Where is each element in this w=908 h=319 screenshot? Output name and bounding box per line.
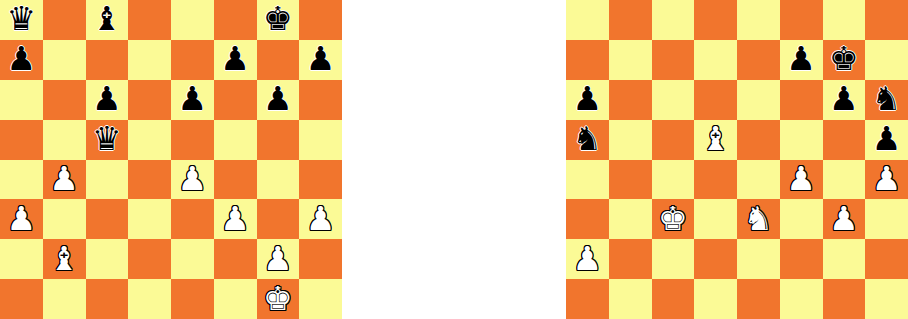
- black-knight-piece: ♞: [573, 122, 603, 155]
- square-d2[interactable]: [128, 239, 171, 279]
- square-c5[interactable]: ♛: [86, 120, 129, 160]
- square-e2[interactable]: [737, 239, 780, 279]
- white-pawn-piece: ♟: [263, 242, 293, 275]
- square-c4[interactable]: [86, 160, 129, 200]
- square-h7[interactable]: [865, 40, 908, 80]
- black-pawn-piece: ♟: [306, 42, 336, 75]
- square-g1[interactable]: ♚: [257, 279, 300, 319]
- square-g6[interactable]: ♟: [257, 80, 300, 120]
- square-f8[interactable]: [214, 0, 257, 40]
- square-c8[interactable]: [652, 0, 695, 40]
- square-f5[interactable]: [780, 120, 823, 160]
- white-pawn-piece: ♟: [573, 242, 603, 275]
- square-d8[interactable]: [128, 0, 171, 40]
- square-c2[interactable]: [652, 239, 695, 279]
- square-g6[interactable]: ♟: [823, 80, 866, 120]
- square-e3[interactable]: [171, 199, 214, 239]
- black-pawn-piece: ♟: [92, 82, 122, 115]
- square-d4[interactable]: [128, 160, 171, 200]
- square-e7[interactable]: [171, 40, 214, 80]
- square-a8[interactable]: ♛: [0, 0, 43, 40]
- square-a4[interactable]: [566, 160, 609, 200]
- square-e7[interactable]: [737, 40, 780, 80]
- square-a5[interactable]: [0, 120, 43, 160]
- square-d1[interactable]: [128, 279, 171, 319]
- square-f4[interactable]: [214, 160, 257, 200]
- square-f6[interactable]: [214, 80, 257, 120]
- square-a8[interactable]: [566, 0, 609, 40]
- square-h6[interactable]: [299, 80, 342, 120]
- square-e3[interactable]: ♞: [737, 199, 780, 239]
- square-e8[interactable]: [737, 0, 780, 40]
- black-pawn-piece: ♟: [829, 82, 859, 115]
- white-pawn-piece: ♟: [829, 202, 859, 235]
- square-g2[interactable]: ♟: [257, 239, 300, 279]
- square-g3[interactable]: [257, 199, 300, 239]
- square-c2[interactable]: [86, 239, 129, 279]
- square-b8[interactable]: [43, 0, 86, 40]
- square-e8[interactable]: [171, 0, 214, 40]
- square-g7[interactable]: [257, 40, 300, 80]
- black-pawn-piece: ♟: [872, 122, 902, 155]
- square-f2[interactable]: [780, 239, 823, 279]
- black-pawn-piece: ♟: [263, 82, 293, 115]
- square-b3[interactable]: [609, 199, 652, 239]
- white-pawn-piece: ♟: [178, 162, 208, 195]
- square-c6[interactable]: [652, 80, 695, 120]
- square-h2[interactable]: [299, 239, 342, 279]
- square-d1[interactable]: [694, 279, 737, 319]
- square-b6[interactable]: [43, 80, 86, 120]
- black-pawn-piece: ♟: [220, 42, 250, 75]
- square-h1[interactable]: [299, 279, 342, 319]
- square-g4[interactable]: [823, 160, 866, 200]
- square-h2[interactable]: [865, 239, 908, 279]
- square-h5[interactable]: [299, 120, 342, 160]
- white-pawn-piece: ♟: [49, 162, 79, 195]
- white-pawn-piece: ♟: [872, 162, 902, 195]
- square-b4[interactable]: [609, 160, 652, 200]
- square-a6[interactable]: [0, 80, 43, 120]
- white-bishop-piece: ♝: [701, 122, 731, 155]
- white-knight-piece: ♞: [744, 202, 774, 235]
- square-d3[interactable]: [694, 199, 737, 239]
- square-a5[interactable]: ♞: [566, 120, 609, 160]
- square-d7[interactable]: [694, 40, 737, 80]
- square-f6[interactable]: [780, 80, 823, 120]
- square-f5[interactable]: [214, 120, 257, 160]
- black-knight-piece: ♞: [872, 82, 902, 115]
- white-king-piece: ♚: [263, 282, 293, 315]
- black-pawn-piece: ♟: [7, 42, 37, 75]
- square-b5[interactable]: [609, 120, 652, 160]
- square-f7[interactable]: ♟: [214, 40, 257, 80]
- square-e5[interactable]: [171, 120, 214, 160]
- square-b2[interactable]: ♝: [43, 239, 86, 279]
- square-g5[interactable]: [257, 120, 300, 160]
- black-king-piece: ♚: [829, 42, 859, 75]
- square-b1[interactable]: [609, 279, 652, 319]
- square-g1[interactable]: [823, 279, 866, 319]
- square-e1[interactable]: [171, 279, 214, 319]
- square-d5[interactable]: [128, 120, 171, 160]
- square-c1[interactable]: [652, 279, 695, 319]
- black-pawn-piece: ♟: [786, 42, 816, 75]
- square-f4[interactable]: ♟: [780, 160, 823, 200]
- square-d4[interactable]: [694, 160, 737, 200]
- square-g2[interactable]: [823, 239, 866, 279]
- chess-board-left: ♛♝♚♟♟♟♟♟♟♛♟♟♟♟♟♝♟♚: [0, 0, 342, 319]
- square-a1[interactable]: [566, 279, 609, 319]
- square-d3[interactable]: [128, 199, 171, 239]
- black-queen-piece: ♛: [92, 122, 122, 155]
- square-b5[interactable]: [43, 120, 86, 160]
- square-g3[interactable]: ♟: [823, 199, 866, 239]
- white-pawn-piece: ♟: [786, 162, 816, 195]
- square-a6[interactable]: ♟: [566, 80, 609, 120]
- square-b2[interactable]: [609, 239, 652, 279]
- square-d6[interactable]: [128, 80, 171, 120]
- square-h7[interactable]: ♟: [299, 40, 342, 80]
- square-h3[interactable]: ♟: [299, 199, 342, 239]
- square-c3[interactable]: [86, 199, 129, 239]
- square-b6[interactable]: [609, 80, 652, 120]
- square-h3[interactable]: [865, 199, 908, 239]
- square-g5[interactable]: [823, 120, 866, 160]
- square-a3[interactable]: ♟: [0, 199, 43, 239]
- square-h5[interactable]: ♟: [865, 120, 908, 160]
- square-h6[interactable]: ♞: [865, 80, 908, 120]
- white-bishop-piece: ♝: [49, 242, 79, 275]
- square-d7[interactable]: [128, 40, 171, 80]
- square-c6[interactable]: ♟: [86, 80, 129, 120]
- square-h4[interactable]: ♟: [865, 160, 908, 200]
- square-b3[interactable]: [43, 199, 86, 239]
- square-b8[interactable]: [609, 0, 652, 40]
- square-d2[interactable]: [694, 239, 737, 279]
- square-h1[interactable]: [865, 279, 908, 319]
- black-pawn-piece: ♟: [178, 82, 208, 115]
- square-a2[interactable]: [0, 239, 43, 279]
- square-a4[interactable]: [0, 160, 43, 200]
- square-e6[interactable]: [737, 80, 780, 120]
- square-b7[interactable]: [609, 40, 652, 80]
- square-c5[interactable]: [652, 120, 695, 160]
- black-bishop-piece: ♝: [92, 2, 122, 35]
- square-c8[interactable]: ♝: [86, 0, 129, 40]
- square-c3[interactable]: ♚: [652, 199, 695, 239]
- square-f3[interactable]: ♟: [214, 199, 257, 239]
- square-b4[interactable]: ♟: [43, 160, 86, 200]
- black-king-piece: ♚: [263, 2, 293, 35]
- square-b7[interactable]: [43, 40, 86, 80]
- square-f8[interactable]: [780, 0, 823, 40]
- square-e4[interactable]: ♟: [171, 160, 214, 200]
- square-e5[interactable]: [737, 120, 780, 160]
- square-f7[interactable]: ♟: [780, 40, 823, 80]
- square-h4[interactable]: [299, 160, 342, 200]
- square-d5[interactable]: ♝: [694, 120, 737, 160]
- square-g8[interactable]: [823, 0, 866, 40]
- white-pawn-piece: ♟: [306, 202, 336, 235]
- square-h8[interactable]: [865, 0, 908, 40]
- square-b1[interactable]: [43, 279, 86, 319]
- square-c7[interactable]: [86, 40, 129, 80]
- square-e2[interactable]: [171, 239, 214, 279]
- square-c1[interactable]: [86, 279, 129, 319]
- black-pawn-piece: ♟: [573, 82, 603, 115]
- chess-board-right: ♟♚♟♟♞♞♝♟♟♟♚♞♟♟: [566, 0, 908, 319]
- square-f3[interactable]: [780, 199, 823, 239]
- square-f1[interactable]: [214, 279, 257, 319]
- square-c7[interactable]: [652, 40, 695, 80]
- square-h8[interactable]: [299, 0, 342, 40]
- square-a1[interactable]: [0, 279, 43, 319]
- white-king-piece: ♚: [658, 202, 688, 235]
- white-pawn-piece: ♟: [7, 202, 37, 235]
- square-e6[interactable]: ♟: [171, 80, 214, 120]
- square-a7[interactable]: ♟: [0, 40, 43, 80]
- square-f1[interactable]: [780, 279, 823, 319]
- square-g4[interactable]: [257, 160, 300, 200]
- white-pawn-piece: ♟: [220, 202, 250, 235]
- square-a3[interactable]: [566, 199, 609, 239]
- square-d8[interactable]: [694, 0, 737, 40]
- square-e4[interactable]: [737, 160, 780, 200]
- square-d6[interactable]: [694, 80, 737, 120]
- square-g8[interactable]: ♚: [257, 0, 300, 40]
- black-queen-piece: ♛: [7, 2, 37, 35]
- square-a7[interactable]: [566, 40, 609, 80]
- square-f2[interactable]: [214, 239, 257, 279]
- square-c4[interactable]: [652, 160, 695, 200]
- square-g7[interactable]: ♚: [823, 40, 866, 80]
- square-a2[interactable]: ♟: [566, 239, 609, 279]
- square-e1[interactable]: [737, 279, 780, 319]
